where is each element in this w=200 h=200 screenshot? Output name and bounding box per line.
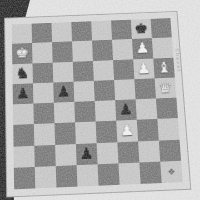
square-g2: [138, 140, 160, 162]
square-d4: [74, 101, 95, 123]
square-e6: [93, 60, 114, 81]
piece-black-pawn: ♟: [119, 102, 134, 117]
square-d8: [71, 21, 92, 41]
square-d5: [74, 81, 95, 102]
square-f7: [112, 39, 133, 60]
square-g4: [136, 98, 158, 120]
square-f3: ♟: [116, 120, 138, 142]
square-h2: [159, 139, 181, 161]
piece-black-pawn: ♟: [16, 86, 30, 101]
square-e4: [95, 100, 117, 122]
piece-white-queen: ♛: [158, 80, 173, 95]
square-g1: [139, 161, 161, 184]
square-g6: ♟: [133, 58, 154, 79]
maker-logo-stamp: ❖: [167, 167, 176, 177]
square-f4: ♟: [115, 99, 137, 121]
board-perspective-wrapper: ♚♚♟♞♟♝♟♟♛♟♟♟❖ Chavet: [5, 12, 190, 197]
square-f2: [117, 141, 139, 163]
square-b2: [34, 144, 55, 166]
board-photo: ♚♚♟♞♟♝♟♟♛♟♟♟❖ Chavet: [0, 0, 200, 200]
square-c5: ♟: [53, 81, 74, 102]
square-g8: ♚: [131, 19, 152, 39]
square-d3: [75, 122, 97, 144]
square-e3: [96, 121, 118, 143]
square-e7: [92, 40, 113, 61]
square-c6: [53, 61, 74, 82]
square-h3: [157, 118, 179, 140]
square-h6: ♝: [153, 57, 175, 78]
piece-black-knight: ♞: [16, 66, 30, 81]
square-f1: [118, 162, 140, 185]
square-g7: ♟: [132, 38, 153, 59]
board-brand-text: Chavet: [175, 48, 183, 72]
square-b1: [35, 166, 57, 189]
square-a8: [12, 24, 32, 44]
square-a6: ♞: [12, 63, 33, 84]
square-c8: [51, 22, 72, 42]
square-c4: [54, 102, 75, 124]
square-h5: ♛: [155, 77, 177, 98]
square-b4: [33, 103, 54, 125]
square-d1: [77, 164, 99, 187]
square-a1: [14, 167, 35, 190]
piece-white-pawn: ♟: [137, 61, 152, 76]
square-g3: [137, 119, 159, 141]
square-b5: [33, 82, 54, 103]
piece-white-pawn: ♟: [135, 41, 150, 56]
square-c2: [55, 144, 77, 166]
piece-white-king: ♚: [15, 46, 29, 61]
square-g5: [134, 78, 156, 99]
square-e5: [94, 80, 115, 101]
piece-black-king: ♚: [134, 22, 148, 37]
square-a2: [14, 145, 35, 167]
piece-white-bishop: ♝: [157, 60, 172, 75]
square-a4: [13, 104, 34, 126]
square-f8: [111, 20, 132, 40]
piece-white-pawn: ♟: [120, 123, 135, 139]
square-b6: [32, 62, 53, 83]
square-c3: [54, 123, 75, 145]
square-d2: ♟: [76, 143, 98, 165]
square-f5: [114, 79, 135, 100]
square-d6: [73, 61, 94, 82]
piece-black-pawn: ♟: [57, 84, 71, 99]
square-e8: [91, 20, 112, 40]
square-h8: [151, 18, 172, 38]
square-a5: ♟: [13, 83, 34, 104]
square-e1: [98, 163, 120, 186]
square-f6: [113, 59, 134, 80]
piece-black-pawn: ♟: [79, 146, 94, 162]
square-a3: [13, 124, 34, 146]
square-e2: [97, 142, 119, 164]
square-b8: [32, 23, 52, 43]
square-b3: [34, 123, 55, 145]
chess-board: ♚♚♟♞♟♝♟♟♛♟♟♟❖: [5, 12, 190, 197]
square-h7: [152, 38, 173, 59]
square-b7: [32, 42, 53, 63]
square-a7: ♚: [12, 43, 32, 64]
square-c1: [56, 165, 78, 188]
square-h1: ❖: [160, 161, 182, 184]
square-d7: [72, 41, 93, 62]
square-h4: [156, 98, 178, 119]
square-c7: [52, 42, 73, 63]
